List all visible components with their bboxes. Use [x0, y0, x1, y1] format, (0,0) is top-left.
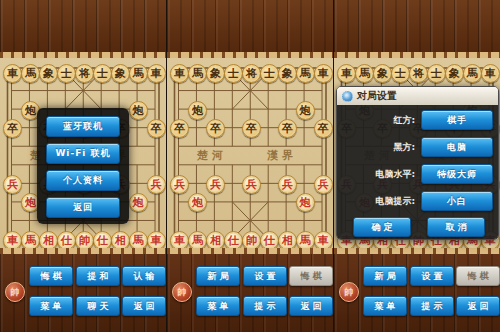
- piece-red-general[interactable]: 帥: [75, 231, 94, 250]
- piece-black-elephant[interactable]: 象: [373, 64, 392, 83]
- piece-black-soldier[interactable]: 卒: [3, 119, 22, 138]
- piece-black-horse[interactable]: 馬: [296, 64, 315, 83]
- piece-red-advisor[interactable]: 仕: [260, 231, 279, 250]
- piece-black-chariot[interactable]: 車: [314, 64, 333, 83]
- bluetooth-match-button[interactable]: 蓝牙联机: [46, 116, 120, 137]
- back-button[interactable]: 返回: [456, 296, 500, 316]
- red-general-badge: 帥: [5, 282, 25, 302]
- pieces-layer: 車馬象士将士象馬車炮炮卒卒卒卒卒兵兵兵兵兵炮炮車馬相仕帥仕相馬車: [167, 58, 333, 248]
- confirm-button[interactable]: 确定: [353, 217, 411, 237]
- wood-background-top: [167, 0, 333, 52]
- chat-button[interactable]: 聊天: [76, 296, 120, 316]
- piece-black-general[interactable]: 将: [409, 64, 428, 83]
- red-side-label: 红方:: [341, 110, 415, 130]
- xiangqi-board[interactable]: 楚河 漢界 車馬象士将士象馬車炮炮卒卒卒卒卒兵兵兵兵兵炮炮車馬相仕帥仕相馬車: [167, 58, 333, 248]
- panel-online-menu: 楚河 漢界 車馬象士将士象馬車炮炮卒卒卒卒卒兵兵兵兵兵炮炮車馬相仕帥仕相馬車 帥…: [0, 0, 166, 332]
- piece-black-cannon[interactable]: 炮: [129, 101, 148, 120]
- black-side-label: 黑方:: [341, 137, 415, 157]
- piece-black-chariot[interactable]: 車: [3, 64, 22, 83]
- dialog-title-bar: 对局设置: [337, 87, 498, 105]
- piece-red-elephant[interactable]: 相: [39, 231, 58, 250]
- piece-red-general[interactable]: 帥: [242, 231, 261, 250]
- piece-black-advisor[interactable]: 士: [260, 64, 279, 83]
- hint-button[interactable]: 提示: [243, 296, 287, 316]
- piece-red-soldier[interactable]: 兵: [3, 175, 22, 194]
- piece-black-advisor[interactable]: 士: [57, 64, 76, 83]
- piece-red-soldier[interactable]: 兵: [206, 175, 225, 194]
- offer-draw-button[interactable]: 提和: [76, 266, 120, 286]
- piece-black-general[interactable]: 将: [75, 64, 94, 83]
- piece-black-soldier[interactable]: 卒: [147, 119, 166, 138]
- piece-black-chariot[interactable]: 車: [147, 64, 166, 83]
- xiangqi-app-screens: 楚河 漢界 車馬象士将士象馬車炮炮卒卒卒卒卒兵兵兵兵兵炮炮車馬相仕帥仕相馬車 帥…: [0, 0, 500, 332]
- piece-red-cannon[interactable]: 炮: [188, 193, 207, 212]
- undo-button-disabled[interactable]: 悔棋: [456, 266, 500, 286]
- settings-button[interactable]: 设置: [410, 266, 454, 286]
- dialog-title: 对局设置: [357, 89, 397, 103]
- wood-background-top: [334, 0, 500, 52]
- resign-button[interactable]: 认输: [122, 266, 166, 286]
- undo-button-disabled[interactable]: 悔棋: [289, 266, 333, 286]
- piece-black-advisor[interactable]: 士: [427, 64, 446, 83]
- piece-black-horse[interactable]: 馬: [355, 64, 374, 83]
- piece-red-advisor[interactable]: 仕: [93, 231, 112, 250]
- piece-red-horse[interactable]: 馬: [21, 231, 40, 250]
- piece-black-soldier[interactable]: 卒: [206, 119, 225, 138]
- piece-black-horse[interactable]: 馬: [21, 64, 40, 83]
- piece-red-horse[interactable]: 馬: [129, 231, 148, 250]
- piece-red-advisor[interactable]: 仕: [224, 231, 243, 250]
- menu-button[interactable]: 菜单: [363, 296, 407, 316]
- new-game-button[interactable]: 新局: [196, 266, 240, 286]
- piece-black-soldier[interactable]: 卒: [242, 119, 261, 138]
- piece-black-elephant[interactable]: 象: [39, 64, 58, 83]
- online-menu-overlay: 蓝牙联机 Wi-Fi 联机 个人资料 返回: [37, 108, 129, 224]
- piece-black-horse[interactable]: 馬: [188, 64, 207, 83]
- piece-black-chariot[interactable]: 車: [481, 64, 500, 83]
- cancel-button[interactable]: 取消: [427, 217, 485, 237]
- dialog-body: 红方: 棋手 黑方: 电脑 电脑水平: 特级大师 电脑提示: 小白 确定 取消: [337, 105, 498, 239]
- panel-game: 楚河 漢界 車馬象士将士象馬車炮炮卒卒卒卒卒兵兵兵兵兵炮炮車馬相仕帥仕相馬車 帥…: [167, 0, 333, 332]
- ai-hint-label: 电脑提示:: [341, 191, 415, 211]
- profile-button[interactable]: 个人资料: [46, 170, 120, 191]
- piece-black-horse[interactable]: 馬: [463, 64, 482, 83]
- piece-black-chariot[interactable]: 車: [337, 64, 356, 83]
- piece-black-elephant[interactable]: 象: [445, 64, 464, 83]
- piece-red-chariot[interactable]: 車: [170, 231, 189, 250]
- piece-red-horse[interactable]: 馬: [296, 231, 315, 250]
- red-general-badge: 帥: [339, 282, 359, 302]
- piece-red-chariot[interactable]: 車: [3, 231, 22, 250]
- game-settings-dialog: 对局设置 红方: 棋手 黑方: 电脑 电脑水平: 特级大师 电脑提示: 小白 确…: [336, 86, 499, 240]
- piece-red-chariot[interactable]: 車: [314, 231, 333, 250]
- piece-red-soldier[interactable]: 兵: [170, 175, 189, 194]
- menu-back-button[interactable]: 返回: [46, 197, 120, 218]
- piece-black-advisor[interactable]: 士: [391, 64, 410, 83]
- piece-red-soldier[interactable]: 兵: [278, 175, 297, 194]
- red-side-select[interactable]: 棋手: [421, 110, 493, 130]
- settings-gear-icon: [342, 91, 353, 102]
- new-game-button[interactable]: 新局: [363, 266, 407, 286]
- wifi-match-button[interactable]: Wi-Fi 联机: [46, 143, 120, 164]
- piece-red-soldier[interactable]: 兵: [314, 175, 333, 194]
- red-general-badge-glyph: 帥: [178, 286, 187, 299]
- piece-black-elephant[interactable]: 象: [206, 64, 225, 83]
- red-general-badge: 帥: [172, 282, 192, 302]
- ai-level-select[interactable]: 特级大师: [421, 164, 493, 184]
- piece-red-soldier[interactable]: 兵: [242, 175, 261, 194]
- piece-red-elephant[interactable]: 相: [206, 231, 225, 250]
- ai-level-label: 电脑水平:: [341, 164, 415, 184]
- piece-red-chariot[interactable]: 車: [147, 231, 166, 250]
- menu-button[interactable]: 菜单: [29, 296, 73, 316]
- black-side-select[interactable]: 电脑: [421, 137, 493, 157]
- piece-red-soldier[interactable]: 兵: [147, 175, 166, 194]
- piece-red-elephant[interactable]: 相: [111, 231, 130, 250]
- piece-black-general[interactable]: 将: [242, 64, 261, 83]
- piece-red-elephant[interactable]: 相: [278, 231, 297, 250]
- piece-black-advisor[interactable]: 士: [93, 64, 112, 83]
- piece-black-elephant[interactable]: 象: [278, 64, 297, 83]
- piece-black-chariot[interactable]: 車: [170, 64, 189, 83]
- red-general-badge-glyph: 帥: [11, 286, 20, 299]
- red-general-badge-glyph: 帥: [345, 286, 354, 299]
- piece-black-soldier[interactable]: 卒: [278, 119, 297, 138]
- piece-red-horse[interactable]: 馬: [188, 231, 207, 250]
- piece-black-advisor[interactable]: 士: [224, 64, 243, 83]
- menu-button[interactable]: 菜单: [196, 296, 240, 316]
- piece-red-cannon[interactable]: 炮: [296, 193, 315, 212]
- piece-black-soldier[interactable]: 卒: [314, 119, 333, 138]
- undo-button[interactable]: 悔棋: [29, 266, 73, 286]
- wood-background-top: [0, 0, 166, 52]
- piece-black-cannon[interactable]: 炮: [188, 101, 207, 120]
- piece-red-cannon[interactable]: 炮: [129, 193, 148, 212]
- hint-button[interactable]: 提示: [410, 296, 454, 316]
- back-button[interactable]: 返回: [122, 296, 166, 316]
- piece-black-horse[interactable]: 馬: [129, 64, 148, 83]
- piece-black-cannon[interactable]: 炮: [296, 101, 315, 120]
- panel-settings: 楚河 漢界 車馬象士将士象馬車炮炮卒卒卒卒卒兵兵兵兵兵炮炮車馬相仕帥仕相馬車 帥…: [334, 0, 500, 332]
- piece-black-elephant[interactable]: 象: [111, 64, 130, 83]
- settings-button[interactable]: 设置: [243, 266, 287, 286]
- piece-red-advisor[interactable]: 仕: [57, 231, 76, 250]
- back-button[interactable]: 返回: [289, 296, 333, 316]
- piece-black-soldier[interactable]: 卒: [170, 119, 189, 138]
- ai-hint-select[interactable]: 小白: [421, 191, 493, 211]
